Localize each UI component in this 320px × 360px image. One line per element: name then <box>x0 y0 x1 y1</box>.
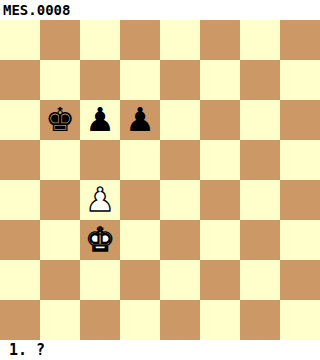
square-e2[interactable] <box>160 260 200 300</box>
square-g8[interactable] <box>240 20 280 60</box>
square-c5[interactable] <box>80 140 120 180</box>
square-a7[interactable] <box>0 60 40 100</box>
square-h8[interactable] <box>280 20 320 60</box>
square-c8[interactable] <box>80 20 120 60</box>
square-e5[interactable] <box>160 140 200 180</box>
square-g4[interactable] <box>240 180 280 220</box>
square-f8[interactable] <box>200 20 240 60</box>
square-g2[interactable] <box>240 260 280 300</box>
white-king: ♚ <box>85 220 115 260</box>
square-f5[interactable] <box>200 140 240 180</box>
square-g5[interactable] <box>240 140 280 180</box>
square-h6[interactable] <box>280 100 320 140</box>
puzzle-title: MES.0008 <box>0 0 320 20</box>
move-prompt: 1. ? <box>0 340 320 360</box>
square-e8[interactable] <box>160 20 200 60</box>
square-a3[interactable] <box>0 220 40 260</box>
square-a5[interactable] <box>0 140 40 180</box>
square-e6[interactable] <box>160 100 200 140</box>
square-d2[interactable] <box>120 260 160 300</box>
square-g1[interactable] <box>240 300 280 340</box>
square-e7[interactable] <box>160 60 200 100</box>
square-g6[interactable] <box>240 100 280 140</box>
square-c1[interactable] <box>80 300 120 340</box>
square-b6[interactable]: ♚ <box>40 100 80 140</box>
white-pawn: ♟ <box>85 180 115 220</box>
square-d6[interactable]: ♟ <box>120 100 160 140</box>
black-king: ♚ <box>45 100 75 140</box>
square-d5[interactable] <box>120 140 160 180</box>
square-g3[interactable] <box>240 220 280 260</box>
square-d7[interactable] <box>120 60 160 100</box>
square-a4[interactable] <box>0 180 40 220</box>
square-d4[interactable] <box>120 180 160 220</box>
square-h7[interactable] <box>280 60 320 100</box>
black-pawn: ♟ <box>125 100 155 140</box>
square-b8[interactable] <box>40 20 80 60</box>
square-f3[interactable] <box>200 220 240 260</box>
square-h1[interactable] <box>280 300 320 340</box>
chess-puzzle-window: MES.0008 ♚♟♟♟♚ 1. ? <box>0 0 320 360</box>
square-b4[interactable] <box>40 180 80 220</box>
square-a1[interactable] <box>0 300 40 340</box>
square-c4[interactable]: ♟ <box>80 180 120 220</box>
square-b3[interactable] <box>40 220 80 260</box>
square-b1[interactable] <box>40 300 80 340</box>
square-c6[interactable]: ♟ <box>80 100 120 140</box>
square-e4[interactable] <box>160 180 200 220</box>
square-e3[interactable] <box>160 220 200 260</box>
square-h4[interactable] <box>280 180 320 220</box>
square-c2[interactable] <box>80 260 120 300</box>
square-h3[interactable] <box>280 220 320 260</box>
square-g7[interactable] <box>240 60 280 100</box>
square-f6[interactable] <box>200 100 240 140</box>
square-a8[interactable] <box>0 20 40 60</box>
square-d1[interactable] <box>120 300 160 340</box>
square-d3[interactable] <box>120 220 160 260</box>
square-a6[interactable] <box>0 100 40 140</box>
square-f7[interactable] <box>200 60 240 100</box>
square-b5[interactable] <box>40 140 80 180</box>
square-e1[interactable] <box>160 300 200 340</box>
square-c7[interactable] <box>80 60 120 100</box>
square-f4[interactable] <box>200 180 240 220</box>
square-c3[interactable]: ♚ <box>80 220 120 260</box>
square-f2[interactable] <box>200 260 240 300</box>
chess-board: ♚♟♟♟♚ <box>0 20 320 340</box>
square-h2[interactable] <box>280 260 320 300</box>
square-b7[interactable] <box>40 60 80 100</box>
black-pawn: ♟ <box>85 100 115 140</box>
square-h5[interactable] <box>280 140 320 180</box>
square-d8[interactable] <box>120 20 160 60</box>
square-a2[interactable] <box>0 260 40 300</box>
square-f1[interactable] <box>200 300 240 340</box>
square-b2[interactable] <box>40 260 80 300</box>
